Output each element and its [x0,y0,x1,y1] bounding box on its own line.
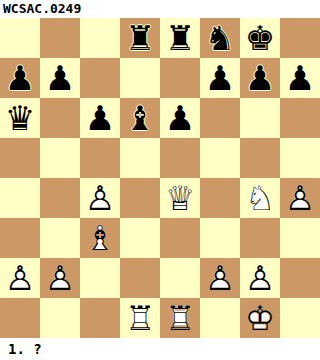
square-e1[interactable]: ♜♖ [160,298,200,338]
piece-outline-layer: ♙ [40,258,80,298]
piece-outline-layer: ♗ [80,218,120,258]
piece-solid-layer: ♜ [120,18,160,58]
piece-solid-layer: ♟ [160,98,200,138]
square-e3[interactable] [160,218,200,258]
square-e7[interactable] [160,58,200,98]
square-h3[interactable] [280,218,320,258]
square-c4[interactable]: ♟♙ [80,178,120,218]
square-b2[interactable]: ♟♙ [40,258,80,298]
square-c8[interactable] [80,18,120,58]
square-a7[interactable]: ♟ [0,58,40,98]
piece-solid-layer: ♟ [200,58,240,98]
square-e5[interactable] [160,138,200,178]
piece-outline-layer: ♔ [240,298,280,338]
piece-black-king[interactable]: ♚ [240,18,280,58]
piece-black-pawn[interactable]: ♟ [80,98,120,138]
piece-outline-layer: ♙ [0,258,40,298]
square-d5[interactable] [120,138,160,178]
piece-black-pawn[interactable]: ♟ [40,58,80,98]
piece-white-pawn[interactable]: ♟♙ [280,178,320,218]
piece-solid-layer: ♝ [120,98,160,138]
square-b1[interactable] [40,298,80,338]
square-h5[interactable] [280,138,320,178]
piece-white-queen[interactable]: ♛♕ [160,178,200,218]
square-a5[interactable] [0,138,40,178]
square-e8[interactable]: ♜ [160,18,200,58]
piece-white-pawn[interactable]: ♟♙ [200,258,240,298]
square-g5[interactable] [240,138,280,178]
square-b4[interactable] [40,178,80,218]
square-g8[interactable]: ♚ [240,18,280,58]
piece-black-queen[interactable]: ♛ [0,98,40,138]
piece-white-bishop[interactable]: ♝♗ [80,218,120,258]
piece-black-pawn[interactable]: ♟ [240,58,280,98]
square-a2[interactable]: ♟♙ [0,258,40,298]
piece-solid-layer: ♞ [200,18,240,58]
square-b8[interactable] [40,18,80,58]
square-d7[interactable] [120,58,160,98]
square-d2[interactable] [120,258,160,298]
square-a8[interactable] [0,18,40,58]
piece-black-bishop[interactable]: ♝ [120,98,160,138]
piece-outline-layer: ♙ [200,258,240,298]
piece-outline-layer: ♕ [160,178,200,218]
piece-solid-layer: ♚ [240,18,280,58]
square-b3[interactable] [40,218,80,258]
square-d1[interactable]: ♜♖ [120,298,160,338]
piece-outline-layer: ♖ [160,298,200,338]
square-e2[interactable] [160,258,200,298]
square-d6[interactable]: ♝ [120,98,160,138]
square-h4[interactable]: ♟♙ [280,178,320,218]
square-h7[interactable]: ♟ [280,58,320,98]
piece-black-knight[interactable]: ♞ [200,18,240,58]
square-b6[interactable] [40,98,80,138]
piece-black-pawn[interactable]: ♟ [0,58,40,98]
piece-white-rook[interactable]: ♜♖ [120,298,160,338]
piece-white-pawn[interactable]: ♟♙ [0,258,40,298]
square-a4[interactable] [0,178,40,218]
square-f4[interactable] [200,178,240,218]
square-e4[interactable]: ♛♕ [160,178,200,218]
piece-white-knight[interactable]: ♞♘ [240,178,280,218]
piece-white-pawn[interactable]: ♟♙ [40,258,80,298]
square-c7[interactable] [80,58,120,98]
piece-black-rook[interactable]: ♜ [160,18,200,58]
square-h1[interactable] [280,298,320,338]
square-d8[interactable]: ♜ [120,18,160,58]
square-a6[interactable]: ♛ [0,98,40,138]
square-c5[interactable] [80,138,120,178]
square-g7[interactable]: ♟ [240,58,280,98]
square-h8[interactable] [280,18,320,58]
piece-black-pawn[interactable]: ♟ [160,98,200,138]
piece-black-pawn[interactable]: ♟ [280,58,320,98]
square-h6[interactable] [280,98,320,138]
square-f2[interactable]: ♟♙ [200,258,240,298]
piece-solid-layer: ♟ [0,58,40,98]
piece-solid-layer: ♟ [280,58,320,98]
square-b5[interactable] [40,138,80,178]
move-prompt: 1. ? [0,338,320,360]
square-c1[interactable] [80,298,120,338]
piece-solid-layer: ♜ [160,18,200,58]
piece-black-pawn[interactable]: ♟ [200,58,240,98]
piece-outline-layer: ♘ [240,178,280,218]
square-g6[interactable] [240,98,280,138]
square-g3[interactable] [240,218,280,258]
square-d3[interactable] [120,218,160,258]
square-g2[interactable]: ♟♙ [240,258,280,298]
square-f7[interactable]: ♟ [200,58,240,98]
piece-white-king[interactable]: ♚♔ [240,298,280,338]
square-c6[interactable]: ♟ [80,98,120,138]
piece-white-pawn[interactable]: ♟♙ [240,258,280,298]
square-e6[interactable]: ♟ [160,98,200,138]
piece-solid-layer: ♟ [80,98,120,138]
piece-white-rook[interactable]: ♜♖ [160,298,200,338]
square-g4[interactable]: ♞♘ [240,178,280,218]
square-g1[interactable]: ♚♔ [240,298,280,338]
piece-outline-layer: ♙ [80,178,120,218]
square-h2[interactable] [280,258,320,298]
piece-solid-layer: ♟ [40,58,80,98]
square-f8[interactable]: ♞ [200,18,240,58]
square-a3[interactable] [0,218,40,258]
piece-outline-layer: ♖ [120,298,160,338]
square-c2[interactable] [80,258,120,298]
square-b7[interactable]: ♟ [40,58,80,98]
square-d4[interactable] [120,178,160,218]
square-c3[interactable]: ♝♗ [80,218,120,258]
square-f3[interactable] [200,218,240,258]
piece-outline-layer: ♙ [280,178,320,218]
piece-solid-layer: ♛ [0,98,40,138]
piece-solid-layer: ♟ [240,58,280,98]
piece-white-pawn[interactable]: ♟♙ [80,178,120,218]
chess-board: ♜♜♞♚♟♟♟♟♟♛♟♝♟♟♙♛♕♞♘♟♙♝♗♟♙♟♙♟♙♟♙♜♖♜♖♚♔ [0,18,320,338]
square-f6[interactable] [200,98,240,138]
square-f5[interactable] [200,138,240,178]
piece-black-rook[interactable]: ♜ [120,18,160,58]
puzzle-title: WCSAC.0249 [0,0,320,18]
piece-outline-layer: ♙ [240,258,280,298]
square-f1[interactable] [200,298,240,338]
square-a1[interactable] [0,298,40,338]
